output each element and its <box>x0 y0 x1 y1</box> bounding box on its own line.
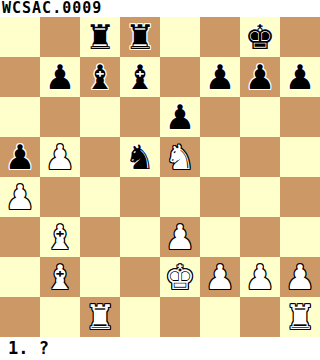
black-rook: ♜ <box>125 17 155 57</box>
square-g3[interactable] <box>240 217 280 257</box>
square-a2[interactable] <box>0 257 40 297</box>
black-king: ♚ <box>245 17 275 57</box>
square-b6[interactable] <box>40 97 80 137</box>
chess-puzzle-page: WCSAC.0009 ♜♜♚♟♝♝♟♟♟♟♟♟♞♞♟♝♟♝♚♟♟♟♜♜ 1. ? <box>0 0 320 360</box>
square-h6[interactable] <box>280 97 320 137</box>
square-a6[interactable] <box>0 97 40 137</box>
square-d7[interactable]: ♝ <box>120 57 160 97</box>
black-pawn: ♟ <box>205 57 235 97</box>
black-knight: ♞ <box>125 137 155 177</box>
square-g7[interactable]: ♟ <box>240 57 280 97</box>
square-a7[interactable] <box>0 57 40 97</box>
square-e7[interactable] <box>160 57 200 97</box>
black-pawn: ♟ <box>285 57 315 97</box>
square-h2[interactable]: ♟ <box>280 257 320 297</box>
square-f8[interactable] <box>200 17 240 57</box>
puzzle-id-title: WCSAC.0009 <box>0 0 320 17</box>
white-bishop: ♝ <box>45 217 75 257</box>
square-d5[interactable]: ♞ <box>120 137 160 177</box>
square-f1[interactable] <box>200 297 240 337</box>
square-h5[interactable] <box>280 137 320 177</box>
white-rook: ♜ <box>285 297 315 337</box>
black-bishop: ♝ <box>85 57 115 97</box>
move-prompt: 1. ? <box>0 337 320 360</box>
square-c8[interactable]: ♜ <box>80 17 120 57</box>
square-f4[interactable] <box>200 177 240 217</box>
square-a3[interactable] <box>0 217 40 257</box>
black-rook: ♜ <box>85 17 115 57</box>
white-rook: ♜ <box>85 297 115 337</box>
square-a8[interactable] <box>0 17 40 57</box>
square-d4[interactable] <box>120 177 160 217</box>
square-c4[interactable] <box>80 177 120 217</box>
black-bishop: ♝ <box>125 57 155 97</box>
square-g4[interactable] <box>240 177 280 217</box>
square-g2[interactable]: ♟ <box>240 257 280 297</box>
square-h3[interactable] <box>280 217 320 257</box>
square-h7[interactable]: ♟ <box>280 57 320 97</box>
square-a1[interactable] <box>0 297 40 337</box>
square-c1[interactable]: ♜ <box>80 297 120 337</box>
white-pawn: ♟ <box>205 257 235 297</box>
white-pawn: ♟ <box>285 257 315 297</box>
square-g1[interactable] <box>240 297 280 337</box>
square-f2[interactable]: ♟ <box>200 257 240 297</box>
square-a5[interactable]: ♟ <box>0 137 40 177</box>
square-c2[interactable] <box>80 257 120 297</box>
square-d6[interactable] <box>120 97 160 137</box>
white-king: ♚ <box>165 257 195 297</box>
square-d8[interactable]: ♜ <box>120 17 160 57</box>
black-pawn: ♟ <box>165 97 195 137</box>
black-pawn: ♟ <box>45 57 75 97</box>
square-e4[interactable] <box>160 177 200 217</box>
square-f7[interactable]: ♟ <box>200 57 240 97</box>
square-b1[interactable] <box>40 297 80 337</box>
white-bishop: ♝ <box>45 257 75 297</box>
square-b3[interactable]: ♝ <box>40 217 80 257</box>
white-knight: ♞ <box>165 137 195 177</box>
square-a4[interactable]: ♟ <box>0 177 40 217</box>
chess-board: ♜♜♚♟♝♝♟♟♟♟♟♟♞♞♟♝♟♝♚♟♟♟♜♜ <box>0 17 320 337</box>
square-f6[interactable] <box>200 97 240 137</box>
white-pawn: ♟ <box>165 217 195 257</box>
square-h1[interactable]: ♜ <box>280 297 320 337</box>
square-d3[interactable] <box>120 217 160 257</box>
white-pawn: ♟ <box>45 137 75 177</box>
square-b2[interactable]: ♝ <box>40 257 80 297</box>
square-e3[interactable]: ♟ <box>160 217 200 257</box>
square-g5[interactable] <box>240 137 280 177</box>
square-b7[interactable]: ♟ <box>40 57 80 97</box>
square-d2[interactable] <box>120 257 160 297</box>
square-c6[interactable] <box>80 97 120 137</box>
square-c7[interactable]: ♝ <box>80 57 120 97</box>
square-h8[interactable] <box>280 17 320 57</box>
square-f3[interactable] <box>200 217 240 257</box>
black-pawn: ♟ <box>5 137 35 177</box>
white-pawn: ♟ <box>245 257 275 297</box>
square-c5[interactable] <box>80 137 120 177</box>
black-pawn: ♟ <box>245 57 275 97</box>
square-g6[interactable] <box>240 97 280 137</box>
square-h4[interactable] <box>280 177 320 217</box>
square-f5[interactable] <box>200 137 240 177</box>
square-e5[interactable]: ♞ <box>160 137 200 177</box>
white-pawn: ♟ <box>5 177 35 217</box>
square-d1[interactable] <box>120 297 160 337</box>
square-g8[interactable]: ♚ <box>240 17 280 57</box>
square-b4[interactable] <box>40 177 80 217</box>
square-e2[interactable]: ♚ <box>160 257 200 297</box>
square-e1[interactable] <box>160 297 200 337</box>
square-b8[interactable] <box>40 17 80 57</box>
square-c3[interactable] <box>80 217 120 257</box>
square-b5[interactable]: ♟ <box>40 137 80 177</box>
square-e6[interactable]: ♟ <box>160 97 200 137</box>
square-e8[interactable] <box>160 17 200 57</box>
